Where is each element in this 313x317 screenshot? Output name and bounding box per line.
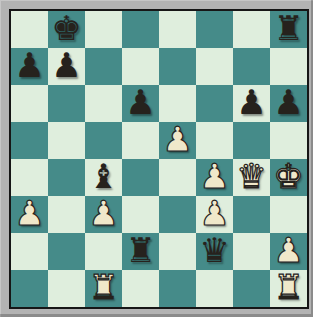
square-g5[interactable] <box>233 122 270 159</box>
square-c2[interactable] <box>85 233 122 270</box>
piece-black-rook[interactable]: ♜ <box>273 10 303 47</box>
chess-window-frame: ♚♜♟♟♟♟♟♟♝♟♛♚♟♟♟♜♛♟♜♜ <box>0 0 313 317</box>
square-b5[interactable] <box>48 122 85 159</box>
piece-white-rook[interactable]: ♜ <box>273 269 303 306</box>
square-a1[interactable] <box>11 270 48 307</box>
square-e8[interactable] <box>159 11 196 48</box>
square-h8[interactable]: ♜ <box>270 11 307 48</box>
square-g3[interactable] <box>233 196 270 233</box>
square-a8[interactable] <box>11 11 48 48</box>
square-b8[interactable]: ♚ <box>48 11 85 48</box>
square-a6[interactable] <box>11 85 48 122</box>
square-c4[interactable]: ♝ <box>85 159 122 196</box>
square-a2[interactable] <box>11 233 48 270</box>
square-d8[interactable] <box>122 11 159 48</box>
square-f3[interactable]: ♟ <box>196 196 233 233</box>
square-e4[interactable] <box>159 159 196 196</box>
piece-black-pawn[interactable]: ♟ <box>51 47 81 84</box>
square-h1[interactable]: ♜ <box>270 270 307 307</box>
square-e7[interactable] <box>159 48 196 85</box>
piece-white-pawn[interactable]: ♟ <box>199 195 229 232</box>
square-c8[interactable] <box>85 11 122 48</box>
square-f8[interactable] <box>196 11 233 48</box>
square-g6[interactable]: ♟ <box>233 85 270 122</box>
square-h6[interactable]: ♟ <box>270 85 307 122</box>
square-g7[interactable] <box>233 48 270 85</box>
square-h3[interactable] <box>270 196 307 233</box>
piece-black-pawn[interactable]: ♟ <box>273 84 303 121</box>
square-a4[interactable] <box>11 159 48 196</box>
square-e1[interactable] <box>159 270 196 307</box>
square-d2[interactable]: ♜ <box>122 233 159 270</box>
piece-white-pawn[interactable]: ♟ <box>88 195 118 232</box>
piece-white-pawn[interactable]: ♟ <box>199 158 229 195</box>
square-f6[interactable] <box>196 85 233 122</box>
piece-white-king[interactable]: ♚ <box>273 158 303 195</box>
square-g2[interactable] <box>233 233 270 270</box>
square-f7[interactable] <box>196 48 233 85</box>
square-g8[interactable] <box>233 11 270 48</box>
piece-black-pawn[interactable]: ♟ <box>125 84 155 121</box>
square-f4[interactable]: ♟ <box>196 159 233 196</box>
square-c6[interactable] <box>85 85 122 122</box>
square-h7[interactable] <box>270 48 307 85</box>
square-f2[interactable]: ♛ <box>196 233 233 270</box>
square-e3[interactable] <box>159 196 196 233</box>
square-e5[interactable]: ♟ <box>159 122 196 159</box>
piece-black-pawn[interactable]: ♟ <box>14 47 44 84</box>
piece-black-pawn[interactable]: ♟ <box>236 84 266 121</box>
square-b1[interactable] <box>48 270 85 307</box>
square-b7[interactable]: ♟ <box>48 48 85 85</box>
square-f1[interactable] <box>196 270 233 307</box>
square-d7[interactable] <box>122 48 159 85</box>
piece-black-king[interactable]: ♚ <box>51 10 81 47</box>
square-a3[interactable]: ♟ <box>11 196 48 233</box>
piece-white-queen[interactable]: ♛ <box>236 158 266 195</box>
square-d1[interactable] <box>122 270 159 307</box>
square-h2[interactable]: ♟ <box>270 233 307 270</box>
square-d3[interactable] <box>122 196 159 233</box>
square-a5[interactable] <box>11 122 48 159</box>
square-b6[interactable] <box>48 85 85 122</box>
piece-white-pawn[interactable]: ♟ <box>162 121 192 158</box>
piece-black-bishop[interactable]: ♝ <box>88 158 118 195</box>
square-d6[interactable]: ♟ <box>122 85 159 122</box>
square-b2[interactable] <box>48 233 85 270</box>
square-g4[interactable]: ♛ <box>233 159 270 196</box>
square-c5[interactable] <box>85 122 122 159</box>
square-d4[interactable] <box>122 159 159 196</box>
piece-white-pawn[interactable]: ♟ <box>273 232 303 269</box>
piece-black-rook[interactable]: ♜ <box>125 232 155 269</box>
square-d5[interactable] <box>122 122 159 159</box>
square-b4[interactable] <box>48 159 85 196</box>
square-a7[interactable]: ♟ <box>11 48 48 85</box>
square-b3[interactable] <box>48 196 85 233</box>
square-c7[interactable] <box>85 48 122 85</box>
square-c3[interactable]: ♟ <box>85 196 122 233</box>
square-h4[interactable]: ♚ <box>270 159 307 196</box>
chess-board: ♚♜♟♟♟♟♟♟♝♟♛♚♟♟♟♜♛♟♜♜ <box>9 9 309 309</box>
piece-white-pawn[interactable]: ♟ <box>14 195 44 232</box>
square-c1[interactable]: ♜ <box>85 270 122 307</box>
square-f5[interactable] <box>196 122 233 159</box>
square-e2[interactable] <box>159 233 196 270</box>
square-e6[interactable] <box>159 85 196 122</box>
piece-black-queen[interactable]: ♛ <box>199 232 229 269</box>
piece-white-rook[interactable]: ♜ <box>88 269 118 306</box>
square-h5[interactable] <box>270 122 307 159</box>
square-g1[interactable] <box>233 270 270 307</box>
